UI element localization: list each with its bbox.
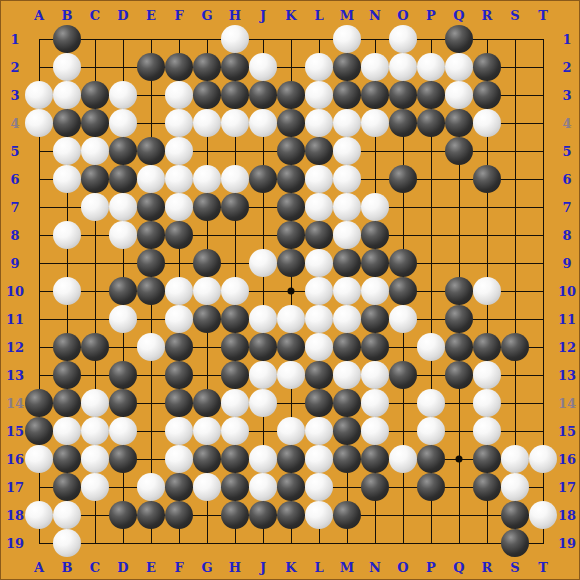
column-label-top: R	[482, 8, 493, 23]
white-stone[interactable]	[473, 389, 501, 417]
white-stone[interactable]	[165, 305, 193, 333]
white-stone[interactable]	[305, 193, 333, 221]
white-stone[interactable]	[137, 333, 165, 361]
row-label-right: 3	[562, 88, 571, 103]
black-stone[interactable]	[81, 109, 109, 137]
black-stone[interactable]	[417, 445, 445, 473]
white-stone[interactable]	[53, 53, 81, 81]
black-stone[interactable]	[221, 445, 249, 473]
black-stone[interactable]	[361, 473, 389, 501]
white-stone[interactable]	[417, 53, 445, 81]
column-label-top: C	[90, 8, 100, 23]
black-stone[interactable]	[165, 389, 193, 417]
row-label-right: 10	[558, 284, 576, 299]
black-stone[interactable]	[277, 445, 305, 473]
black-stone[interactable]	[221, 473, 249, 501]
black-stone[interactable]	[445, 25, 473, 53]
black-stone[interactable]	[193, 193, 221, 221]
row-label-left: 17	[6, 480, 24, 495]
white-stone[interactable]	[109, 193, 137, 221]
white-stone[interactable]	[53, 501, 81, 529]
white-stone[interactable]	[333, 109, 361, 137]
white-stone[interactable]	[221, 277, 249, 305]
white-stone[interactable]	[305, 53, 333, 81]
white-stone[interactable]	[81, 445, 109, 473]
white-stone[interactable]	[361, 277, 389, 305]
white-stone[interactable]	[249, 249, 277, 277]
white-stone[interactable]	[165, 193, 193, 221]
black-stone[interactable]	[305, 389, 333, 417]
black-stone[interactable]	[249, 501, 277, 529]
column-label-top: B	[62, 8, 73, 23]
column-label-top: N	[369, 8, 381, 23]
white-stone[interactable]	[277, 417, 305, 445]
black-stone[interactable]	[389, 165, 417, 193]
black-stone[interactable]	[109, 501, 137, 529]
white-stone[interactable]	[277, 305, 305, 333]
black-stone[interactable]	[137, 193, 165, 221]
column-label-bottom: E	[146, 560, 156, 575]
white-stone[interactable]	[249, 53, 277, 81]
black-stone[interactable]	[473, 333, 501, 361]
black-stone[interactable]	[165, 361, 193, 389]
black-stone[interactable]	[333, 389, 361, 417]
black-stone[interactable]	[193, 81, 221, 109]
black-stone[interactable]	[53, 389, 81, 417]
row-label-right: 8	[562, 228, 571, 243]
white-stone[interactable]	[305, 305, 333, 333]
black-stone[interactable]	[277, 501, 305, 529]
white-stone[interactable]	[109, 417, 137, 445]
white-stone[interactable]	[473, 277, 501, 305]
black-stone[interactable]	[361, 333, 389, 361]
white-stone[interactable]	[445, 53, 473, 81]
column-label-top: E	[146, 8, 156, 23]
white-stone[interactable]	[81, 473, 109, 501]
white-stone[interactable]	[305, 445, 333, 473]
white-stone[interactable]	[81, 137, 109, 165]
row-label-right: 1	[562, 32, 571, 47]
black-stone[interactable]	[333, 501, 361, 529]
row-label-left: 19	[6, 536, 24, 551]
black-stone[interactable]	[389, 109, 417, 137]
row-label-left: 8	[10, 228, 19, 243]
row-label-left: 9	[10, 256, 19, 271]
black-stone[interactable]	[277, 109, 305, 137]
column-label-bottom: H	[229, 560, 241, 575]
white-stone[interactable]	[445, 81, 473, 109]
white-stone[interactable]	[249, 473, 277, 501]
column-label-bottom: Q	[453, 560, 464, 575]
white-stone[interactable]	[277, 361, 305, 389]
black-stone[interactable]	[165, 501, 193, 529]
black-stone[interactable]	[165, 53, 193, 81]
row-label-right: 2	[562, 60, 571, 75]
white-stone[interactable]	[165, 109, 193, 137]
white-stone[interactable]	[25, 445, 53, 473]
white-stone[interactable]	[333, 221, 361, 249]
white-stone[interactable]	[137, 473, 165, 501]
white-stone[interactable]	[305, 277, 333, 305]
white-stone[interactable]	[473, 109, 501, 137]
white-stone[interactable]	[473, 417, 501, 445]
white-stone[interactable]	[305, 473, 333, 501]
black-stone[interactable]	[221, 305, 249, 333]
black-stone[interactable]	[249, 333, 277, 361]
grid-line-horizontal	[39, 543, 544, 544]
white-stone[interactable]	[109, 81, 137, 109]
white-stone[interactable]	[249, 445, 277, 473]
black-stone[interactable]	[361, 81, 389, 109]
black-stone[interactable]	[473, 81, 501, 109]
white-stone[interactable]	[361, 53, 389, 81]
column-label-top: Q	[453, 8, 464, 23]
column-label-top: O	[397, 8, 408, 23]
column-label-top: F	[174, 8, 183, 23]
white-stone[interactable]	[249, 389, 277, 417]
white-stone[interactable]	[221, 389, 249, 417]
white-stone[interactable]	[53, 137, 81, 165]
black-stone[interactable]	[361, 221, 389, 249]
white-stone[interactable]	[25, 109, 53, 137]
white-stone[interactable]	[361, 109, 389, 137]
black-stone[interactable]	[249, 81, 277, 109]
white-stone[interactable]	[193, 277, 221, 305]
black-stone[interactable]	[165, 473, 193, 501]
black-stone[interactable]	[277, 193, 305, 221]
white-stone[interactable]	[417, 333, 445, 361]
black-stone[interactable]	[445, 277, 473, 305]
row-label-left: 12	[6, 340, 24, 355]
white-stone[interactable]	[53, 277, 81, 305]
column-label-top: S	[510, 8, 519, 23]
white-stone[interactable]	[53, 81, 81, 109]
black-stone[interactable]	[25, 389, 53, 417]
black-stone[interactable]	[277, 221, 305, 249]
white-stone[interactable]	[305, 109, 333, 137]
white-stone[interactable]	[473, 361, 501, 389]
black-stone[interactable]	[221, 501, 249, 529]
black-stone[interactable]	[473, 165, 501, 193]
black-stone[interactable]	[137, 53, 165, 81]
black-stone[interactable]	[473, 53, 501, 81]
white-stone[interactable]	[193, 473, 221, 501]
row-label-right: 15	[558, 424, 576, 439]
black-stone[interactable]	[277, 137, 305, 165]
black-stone[interactable]	[389, 81, 417, 109]
white-stone[interactable]	[389, 305, 417, 333]
row-label-right: 5	[562, 144, 571, 159]
star-point	[456, 456, 463, 463]
black-stone[interactable]	[249, 165, 277, 193]
row-label-right: 4	[562, 116, 571, 131]
black-stone[interactable]	[473, 445, 501, 473]
column-label-bottom: G	[201, 560, 212, 575]
black-stone[interactable]	[221, 53, 249, 81]
black-stone[interactable]	[221, 193, 249, 221]
black-stone[interactable]	[333, 445, 361, 473]
row-label-left: 1	[10, 32, 19, 47]
black-stone[interactable]	[81, 333, 109, 361]
white-stone[interactable]	[529, 501, 557, 529]
black-stone[interactable]	[193, 249, 221, 277]
black-stone[interactable]	[445, 109, 473, 137]
black-stone[interactable]	[333, 81, 361, 109]
white-stone[interactable]	[109, 221, 137, 249]
row-label-left: 6	[10, 172, 19, 187]
black-stone[interactable]	[445, 333, 473, 361]
black-stone[interactable]	[81, 81, 109, 109]
row-label-left: 16	[6, 452, 24, 467]
black-stone[interactable]	[305, 221, 333, 249]
black-stone[interactable]	[417, 81, 445, 109]
black-stone[interactable]	[221, 333, 249, 361]
row-label-left: 11	[6, 312, 24, 327]
row-label-right: 11	[558, 312, 576, 327]
white-stone[interactable]	[361, 389, 389, 417]
black-stone[interactable]	[361, 445, 389, 473]
column-label-bottom: T	[538, 560, 548, 575]
black-stone[interactable]	[53, 361, 81, 389]
black-stone[interactable]	[277, 333, 305, 361]
black-stone[interactable]	[137, 277, 165, 305]
black-stone[interactable]	[389, 277, 417, 305]
column-label-bottom: L	[314, 560, 323, 575]
white-stone[interactable]	[389, 25, 417, 53]
column-label-top: L	[314, 8, 323, 23]
white-stone[interactable]	[165, 445, 193, 473]
white-stone[interactable]	[333, 277, 361, 305]
black-stone[interactable]	[305, 137, 333, 165]
white-stone[interactable]	[109, 305, 137, 333]
white-stone[interactable]	[361, 417, 389, 445]
row-label-right: 18	[558, 508, 576, 523]
black-stone[interactable]	[137, 249, 165, 277]
column-label-bottom: B	[62, 560, 73, 575]
white-stone[interactable]	[25, 501, 53, 529]
row-label-left: 4	[10, 116, 19, 131]
white-stone[interactable]	[193, 109, 221, 137]
row-label-left: 15	[6, 424, 24, 439]
star-point	[288, 288, 295, 295]
white-stone[interactable]	[333, 25, 361, 53]
column-label-top: J	[260, 8, 266, 23]
white-stone[interactable]	[417, 417, 445, 445]
white-stone[interactable]	[165, 417, 193, 445]
black-stone[interactable]	[137, 137, 165, 165]
white-stone[interactable]	[305, 501, 333, 529]
white-stone[interactable]	[249, 109, 277, 137]
white-stone[interactable]	[417, 389, 445, 417]
column-label-bottom: M	[340, 560, 354, 575]
white-stone[interactable]	[81, 193, 109, 221]
black-stone[interactable]	[277, 165, 305, 193]
column-label-top: G	[201, 8, 212, 23]
black-stone[interactable]	[277, 249, 305, 277]
white-stone[interactable]	[249, 305, 277, 333]
row-label-right: 17	[558, 480, 576, 495]
black-stone[interactable]	[53, 109, 81, 137]
black-stone[interactable]	[501, 529, 529, 557]
white-stone[interactable]	[165, 165, 193, 193]
white-stone[interactable]	[53, 221, 81, 249]
white-stone[interactable]	[333, 305, 361, 333]
black-stone[interactable]	[277, 473, 305, 501]
black-stone[interactable]	[109, 277, 137, 305]
row-label-left: 10	[6, 284, 24, 299]
black-stone[interactable]	[389, 361, 417, 389]
row-label-left: 3	[10, 88, 19, 103]
black-stone[interactable]	[221, 361, 249, 389]
black-stone[interactable]	[109, 445, 137, 473]
black-stone[interactable]	[333, 333, 361, 361]
column-label-bottom: P	[426, 560, 436, 575]
black-stone[interactable]	[417, 473, 445, 501]
white-stone[interactable]	[53, 165, 81, 193]
white-stone[interactable]	[389, 53, 417, 81]
black-stone[interactable]	[333, 249, 361, 277]
black-stone[interactable]	[305, 361, 333, 389]
black-stone[interactable]	[221, 81, 249, 109]
black-stone[interactable]	[193, 389, 221, 417]
column-label-top: K	[285, 8, 296, 23]
row-label-right: 7	[562, 200, 571, 215]
white-stone[interactable]	[221, 165, 249, 193]
row-label-right: 9	[562, 256, 571, 271]
column-label-top: H	[229, 8, 241, 23]
column-label-top: P	[426, 8, 436, 23]
row-label-left: 5	[10, 144, 19, 159]
white-stone[interactable]	[165, 81, 193, 109]
black-stone[interactable]	[193, 305, 221, 333]
row-label-left: 14	[6, 396, 24, 411]
white-stone[interactable]	[53, 529, 81, 557]
black-stone[interactable]	[445, 361, 473, 389]
row-label-right: 16	[558, 452, 576, 467]
column-label-bottom: N	[369, 560, 381, 575]
white-stone[interactable]	[137, 165, 165, 193]
white-stone[interactable]	[81, 417, 109, 445]
black-stone[interactable]	[361, 249, 389, 277]
white-stone[interactable]	[221, 109, 249, 137]
column-label-bottom: F	[174, 560, 183, 575]
white-stone[interactable]	[305, 81, 333, 109]
row-label-right: 6	[562, 172, 571, 187]
white-stone[interactable]	[501, 473, 529, 501]
white-stone[interactable]	[529, 445, 557, 473]
column-label-top: D	[117, 8, 128, 23]
black-stone[interactable]	[417, 109, 445, 137]
black-stone[interactable]	[109, 361, 137, 389]
black-stone[interactable]	[53, 473, 81, 501]
black-stone[interactable]	[137, 221, 165, 249]
white-stone[interactable]	[361, 361, 389, 389]
black-stone[interactable]	[193, 445, 221, 473]
black-stone[interactable]	[333, 53, 361, 81]
column-label-bottom: O	[397, 560, 408, 575]
black-stone[interactable]	[165, 221, 193, 249]
white-stone[interactable]	[109, 109, 137, 137]
row-label-right: 13	[558, 368, 576, 383]
column-label-top: A	[34, 8, 44, 23]
white-stone[interactable]	[333, 193, 361, 221]
black-stone[interactable]	[193, 53, 221, 81]
row-label-left: 7	[10, 200, 19, 215]
white-stone[interactable]	[333, 361, 361, 389]
column-label-bottom: J	[260, 560, 266, 575]
white-stone[interactable]	[305, 165, 333, 193]
white-stone[interactable]	[389, 445, 417, 473]
white-stone[interactable]	[501, 445, 529, 473]
go-board[interactable]: AABBCCDDEEFFGGHHJJKKLLMMNNOOPPQQRRSSTT11…	[0, 0, 580, 580]
black-stone[interactable]	[333, 417, 361, 445]
white-stone[interactable]	[361, 193, 389, 221]
black-stone[interactable]	[109, 389, 137, 417]
white-stone[interactable]	[305, 333, 333, 361]
column-label-bottom: A	[34, 560, 44, 575]
black-stone[interactable]	[137, 501, 165, 529]
black-stone[interactable]	[445, 137, 473, 165]
white-stone[interactable]	[221, 417, 249, 445]
black-stone[interactable]	[361, 305, 389, 333]
black-stone[interactable]	[109, 137, 137, 165]
column-label-bottom: C	[90, 560, 100, 575]
column-label-top: M	[340, 8, 354, 23]
black-stone[interactable]	[53, 445, 81, 473]
row-label-right: 19	[558, 536, 576, 551]
black-stone[interactable]	[53, 25, 81, 53]
black-stone[interactable]	[501, 333, 529, 361]
column-label-top: T	[538, 8, 548, 23]
white-stone[interactable]	[305, 249, 333, 277]
black-stone[interactable]	[473, 473, 501, 501]
white-stone[interactable]	[25, 81, 53, 109]
black-stone[interactable]	[109, 165, 137, 193]
white-stone[interactable]	[165, 277, 193, 305]
white-stone[interactable]	[193, 417, 221, 445]
white-stone[interactable]	[249, 361, 277, 389]
row-label-right: 14	[558, 396, 576, 411]
white-stone[interactable]	[81, 389, 109, 417]
white-stone[interactable]	[165, 137, 193, 165]
white-stone[interactable]	[333, 165, 361, 193]
white-stone[interactable]	[193, 165, 221, 193]
row-label-left: 2	[10, 60, 19, 75]
black-stone[interactable]	[81, 165, 109, 193]
white-stone[interactable]	[221, 25, 249, 53]
column-label-bottom: D	[117, 560, 128, 575]
row-label-left: 13	[6, 368, 24, 383]
white-stone[interactable]	[53, 417, 81, 445]
column-label-bottom: R	[482, 560, 493, 575]
column-label-bottom: K	[285, 560, 296, 575]
black-stone[interactable]	[389, 249, 417, 277]
black-stone[interactable]	[445, 305, 473, 333]
row-label-right: 12	[558, 340, 576, 355]
black-stone[interactable]	[277, 81, 305, 109]
black-stone[interactable]	[165, 333, 193, 361]
column-label-bottom: S	[510, 560, 519, 575]
white-stone[interactable]	[333, 137, 361, 165]
row-label-left: 18	[6, 508, 24, 523]
black-stone[interactable]	[53, 333, 81, 361]
black-stone[interactable]	[25, 417, 53, 445]
white-stone[interactable]	[305, 417, 333, 445]
black-stone[interactable]	[501, 501, 529, 529]
